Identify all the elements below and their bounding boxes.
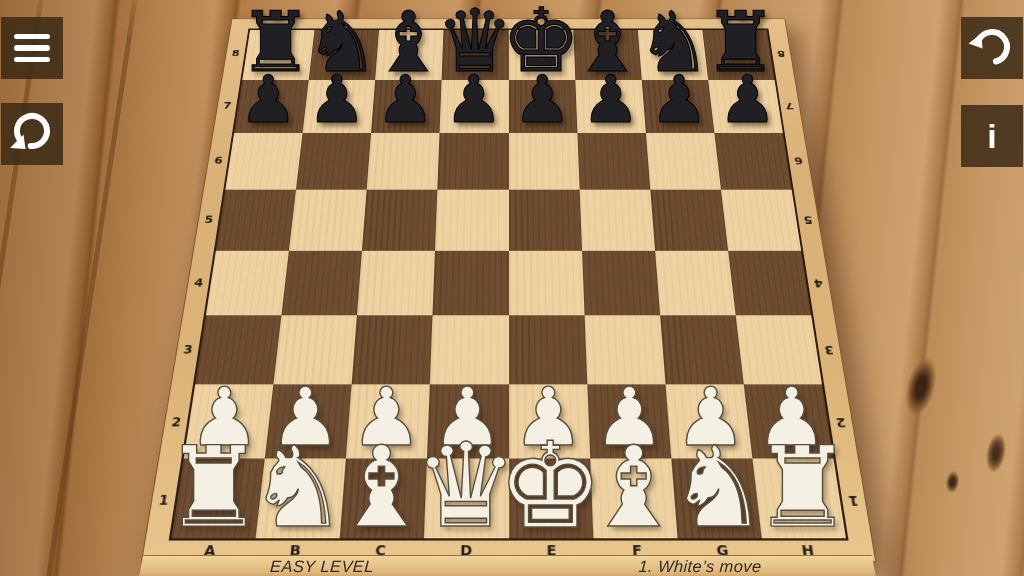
undo-icon [961,17,1023,79]
undo-button[interactable] [961,17,1023,79]
piece-black-pawn-e7[interactable]: ♟ [513,67,572,132]
piece-black-pawn-d7[interactable]: ♟ [444,67,503,132]
piece-black-pawn-a7[interactable]: ♟ [239,67,298,132]
piece-black-pawn-g7[interactable]: ♟ [650,67,709,132]
rotate-icon [1,103,63,165]
piece-black-pawn-f7[interactable]: ♟ [581,67,640,132]
game-screen: 87654321 87654321 ABCDEFGH EASY LEVEL 1.… [0,0,1024,576]
menu-button[interactable] [1,17,63,79]
info-icon: i [987,119,996,153]
piece-white-rook-h1[interactable]: ♜ [752,432,852,544]
info-button[interactable]: i [961,105,1023,167]
piece-black-pawn-h7[interactable]: ♟ [718,67,777,132]
piece-black-pawn-c7[interactable]: ♟ [376,67,435,132]
rotate-board-button[interactable] [1,103,63,165]
piece-black-pawn-b7[interactable]: ♟ [308,67,367,132]
pieces-layer: ♜♞♝♛♚♝♞♜♟♟♟♟♟♟♟♟♟♟♟♟♟♟♟♟♜♞♝♛♚♝♞♜ [0,0,1024,576]
hamburger-icon [14,34,50,63]
